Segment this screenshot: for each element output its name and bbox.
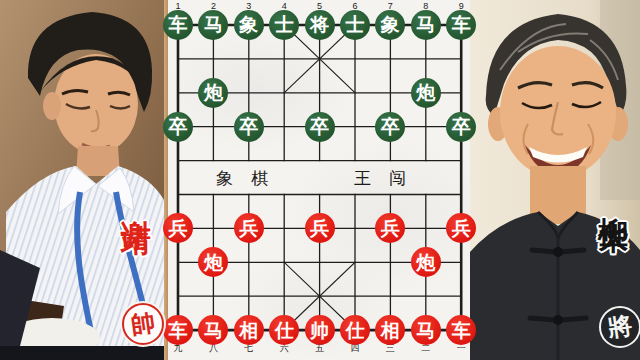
intersection[interactable] [443, 178, 478, 212]
intersection[interactable] [302, 144, 337, 178]
piece-red-炮[interactable]: 炮 [198, 247, 228, 277]
intersection[interactable] [196, 211, 231, 245]
intersection[interactable] [266, 279, 301, 313]
intersection[interactable] [231, 178, 266, 212]
piece-red-马[interactable]: 马 [411, 315, 441, 345]
intersection[interactable] [266, 110, 301, 144]
intersection[interactable] [266, 76, 301, 110]
intersection[interactable]: 卒 [302, 110, 337, 144]
intersection[interactable]: 兵 [443, 211, 478, 245]
intersection[interactable] [337, 245, 372, 279]
player-right-name: 柳大华 [598, 193, 628, 202]
intersection[interactable] [302, 245, 337, 279]
piece-black-车[interactable]: 车 [163, 10, 193, 40]
intersection[interactable] [337, 76, 372, 110]
intersection[interactable] [408, 178, 443, 212]
intersection[interactable] [266, 245, 301, 279]
intersection[interactable] [443, 76, 478, 110]
piece-black-象[interactable]: 象 [234, 10, 264, 40]
intersection[interactable] [443, 144, 478, 178]
xiangqi-board: 123456789 九八七六五四三二一 象 棋 王 闯 车马象士将士象马车炮炮卒… [164, 0, 470, 360]
intersection[interactable] [408, 144, 443, 178]
intersection[interactable] [196, 110, 231, 144]
piece-black-象[interactable]: 象 [375, 10, 405, 40]
intersection[interactable] [231, 144, 266, 178]
piece-red-兵[interactable]: 兵 [234, 213, 264, 243]
piece-black-卒[interactable]: 卒 [163, 112, 193, 142]
piece-black-卒[interactable]: 卒 [446, 112, 476, 142]
intersection[interactable] [408, 279, 443, 313]
intersection[interactable] [231, 42, 266, 76]
piece-red-马[interactable]: 马 [198, 315, 228, 345]
intersection[interactable]: 马 [196, 8, 231, 42]
intersection[interactable]: 将 [302, 8, 337, 42]
intersection[interactable]: 兵 [373, 211, 408, 245]
piece-red-帅[interactable]: 帅 [305, 315, 335, 345]
intersection[interactable] [160, 42, 195, 76]
scene: 123456789 九八七六五四三二一 象 棋 王 闯 车马象士将士象马车炮炮卒… [0, 0, 640, 360]
intersection[interactable] [266, 178, 301, 212]
intersection[interactable]: 相 [373, 313, 408, 347]
intersection[interactable] [266, 42, 301, 76]
intersection[interactable] [266, 144, 301, 178]
intersection[interactable]: 帅 [302, 313, 337, 347]
intersection[interactable]: 仕 [337, 313, 372, 347]
intersection[interactable] [373, 279, 408, 313]
piece-red-仕[interactable]: 仕 [340, 315, 370, 345]
intersection[interactable]: 卒 [443, 110, 478, 144]
intersection[interactable] [373, 245, 408, 279]
intersection[interactable] [408, 211, 443, 245]
piece-black-马[interactable]: 马 [411, 10, 441, 40]
intersection[interactable]: 兵 [231, 211, 266, 245]
intersection[interactable]: 卒 [160, 110, 195, 144]
intersection[interactable] [231, 245, 266, 279]
intersection[interactable] [337, 279, 372, 313]
intersection[interactable] [443, 245, 478, 279]
intersection[interactable]: 象 [231, 8, 266, 42]
intersection[interactable] [408, 110, 443, 144]
intersection[interactable]: 卒 [231, 110, 266, 144]
intersection[interactable]: 车 [443, 313, 478, 347]
intersection[interactable]: 炮 [408, 245, 443, 279]
piece-black-士[interactable]: 士 [340, 10, 370, 40]
red-general-glyph: 帥 [129, 310, 156, 337]
intersection[interactable]: 象 [373, 8, 408, 42]
intersection[interactable]: 炮 [408, 76, 443, 110]
piece-red-相[interactable]: 相 [234, 315, 264, 345]
intersection[interactable]: 车 [160, 313, 195, 347]
intersection[interactable]: 仕 [266, 313, 301, 347]
intersection[interactable] [373, 144, 408, 178]
intersection[interactable] [160, 245, 195, 279]
piece-red-车[interactable]: 车 [446, 315, 476, 345]
player-left-side-badge: 帥 [122, 303, 164, 345]
intersection[interactable]: 兵 [160, 211, 195, 245]
intersection[interactable]: 炮 [196, 245, 231, 279]
piece-black-卒[interactable]: 卒 [234, 112, 264, 142]
intersection[interactable]: 炮 [196, 76, 231, 110]
piece-red-兵[interactable]: 兵 [375, 213, 405, 243]
piece-red-兵[interactable]: 兵 [163, 213, 193, 243]
piece-red-相[interactable]: 相 [375, 315, 405, 345]
pieces-grid: 车马象士将士象马车炮炮卒卒卒卒卒兵兵兵兵兵炮炮车马相仕帅仕相马车 [160, 8, 479, 347]
player-left-name: 谢靖 [121, 197, 151, 203]
intersection[interactable] [196, 178, 231, 212]
intersection[interactable] [196, 144, 231, 178]
piece-red-兵[interactable]: 兵 [446, 213, 476, 243]
intersection[interactable]: 卒 [373, 110, 408, 144]
piece-red-炮[interactable]: 炮 [411, 247, 441, 277]
piece-black-将[interactable]: 将 [305, 10, 335, 40]
intersection[interactable] [302, 76, 337, 110]
intersection[interactable] [160, 76, 195, 110]
intersection[interactable] [373, 178, 408, 212]
player-right-side-badge: 將 [599, 306, 640, 348]
black-general-glyph: 將 [606, 313, 633, 340]
piece-black-卒[interactable]: 卒 [305, 112, 335, 142]
intersection[interactable] [337, 211, 372, 245]
intersection[interactable] [302, 279, 337, 313]
intersection[interactable] [231, 76, 266, 110]
intersection[interactable] [302, 178, 337, 212]
intersection[interactable] [160, 178, 195, 212]
intersection[interactable]: 兵 [302, 211, 337, 245]
intersection[interactable] [337, 110, 372, 144]
piece-black-卒[interactable]: 卒 [375, 112, 405, 142]
piece-red-仕[interactable]: 仕 [269, 315, 299, 345]
intersection[interactable] [443, 279, 478, 313]
intersection[interactable] [337, 178, 372, 212]
intersection[interactable] [160, 279, 195, 313]
intersection[interactable] [160, 144, 195, 178]
intersection[interactable]: 车 [160, 8, 195, 42]
piece-red-车[interactable]: 车 [163, 315, 193, 345]
piece-red-兵[interactable]: 兵 [305, 213, 335, 243]
intersection[interactable]: 马 [196, 313, 231, 347]
piece-black-炮[interactable]: 炮 [411, 78, 441, 108]
piece-black-车[interactable]: 车 [446, 10, 476, 40]
intersection[interactable]: 马 [408, 313, 443, 347]
intersection[interactable] [196, 42, 231, 76]
intersection[interactable]: 车 [443, 8, 478, 42]
intersection[interactable] [231, 279, 266, 313]
piece-black-士[interactable]: 士 [269, 10, 299, 40]
piece-black-炮[interactable]: 炮 [198, 78, 228, 108]
intersection[interactable] [196, 279, 231, 313]
intersection[interactable]: 士 [337, 8, 372, 42]
intersection[interactable] [373, 76, 408, 110]
piece-black-马[interactable]: 马 [198, 10, 228, 40]
intersection[interactable] [337, 144, 372, 178]
intersection[interactable] [266, 211, 301, 245]
intersection[interactable] [408, 42, 443, 76]
intersection[interactable]: 马 [408, 8, 443, 42]
intersection[interactable] [373, 42, 408, 76]
intersection[interactable]: 相 [231, 313, 266, 347]
intersection[interactable] [302, 42, 337, 76]
intersection[interactable]: 士 [266, 8, 301, 42]
intersection[interactable] [443, 42, 478, 76]
intersection[interactable] [337, 42, 372, 76]
